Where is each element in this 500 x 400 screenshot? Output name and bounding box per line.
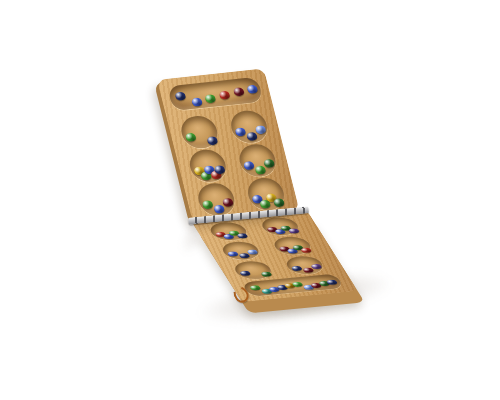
product-photo: [0, 0, 500, 400]
gem: [290, 266, 303, 272]
lower-pit-left-2[interactable]: [218, 240, 263, 261]
upper-pit-left-3[interactable]: [195, 182, 238, 218]
gem: [246, 131, 258, 141]
gem: [254, 165, 266, 175]
upper-pit-left-1[interactable]: [178, 114, 221, 150]
gem: [213, 204, 225, 214]
gem: [232, 87, 244, 97]
gem: [174, 92, 186, 102]
gem: [300, 247, 313, 253]
gem: [260, 272, 273, 278]
gem: [204, 94, 216, 104]
gem: [218, 91, 230, 101]
gem: [243, 161, 255, 171]
gem: [255, 125, 267, 135]
gem: [185, 133, 197, 143]
lower-pit-right-3[interactable]: [282, 255, 327, 276]
gem: [263, 159, 275, 169]
lower-pit-left-3[interactable]: [231, 260, 276, 281]
upper-pit-right-2[interactable]: [236, 143, 279, 179]
upper-pit-left-2[interactable]: [186, 148, 229, 184]
upper-pit-grid: [178, 109, 288, 217]
gem: [222, 198, 234, 208]
gem: [202, 200, 214, 210]
upper-store: [167, 77, 263, 111]
upper-pit-right-1[interactable]: [228, 109, 271, 145]
gem: [273, 198, 285, 208]
lower-pit-right-2[interactable]: [270, 235, 315, 256]
lower-pit-right-1[interactable]: [258, 216, 303, 237]
upper-pit-right-3[interactable]: [245, 176, 288, 212]
mancala-lower-half: [191, 210, 358, 302]
gem: [234, 127, 246, 137]
gem: [214, 165, 226, 175]
gem: [236, 233, 249, 239]
gem: [246, 84, 258, 94]
gem: [288, 228, 301, 234]
gem: [190, 97, 202, 107]
gem: [239, 270, 252, 276]
gem: [206, 136, 218, 146]
mancala-upper-half: [157, 68, 299, 222]
lower-pit-grid: [206, 216, 327, 280]
lower-pit-left-1[interactable]: [206, 221, 251, 242]
gem: [227, 251, 240, 257]
